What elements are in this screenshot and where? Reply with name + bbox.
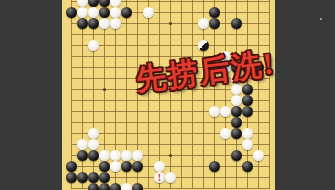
white-stone [121, 183, 132, 190]
black-stone [209, 161, 220, 172]
letterbox-left [0, 0, 62, 190]
white-stone [209, 106, 220, 117]
black-stone [88, 183, 99, 190]
black-stone [231, 128, 242, 139]
black-stone [242, 95, 253, 106]
black-stone [66, 7, 77, 18]
white-stone [242, 128, 253, 139]
white-stone [253, 150, 264, 161]
black-stone [242, 106, 253, 117]
last-move-marker: ! [154, 172, 165, 183]
white-stone [165, 172, 176, 183]
white-stone [110, 7, 121, 18]
black-stone [66, 172, 77, 183]
white-stone [88, 7, 99, 18]
black-stone [99, 183, 110, 190]
white-stone [110, 18, 121, 29]
black-stone [121, 7, 132, 18]
black-stone [88, 150, 99, 161]
black-stone [110, 183, 121, 190]
white-stone [99, 18, 110, 29]
white-stone [110, 161, 121, 172]
black-stone [231, 18, 242, 29]
go-board[interactable]: ! 先捞后洗! [62, 0, 275, 190]
black-stone [66, 161, 77, 172]
white-stone [242, 139, 253, 150]
black-stone [231, 117, 242, 128]
black-stone [231, 106, 242, 117]
black-stone [77, 18, 88, 29]
white-stone [77, 139, 88, 150]
white-stone [110, 150, 121, 161]
black-stone [242, 161, 253, 172]
black-stone [77, 150, 88, 161]
black-stone [99, 0, 110, 7]
black-stone [132, 183, 143, 190]
white-stone [143, 7, 154, 18]
white-stone [220, 128, 231, 139]
white-stone [110, 0, 121, 7]
white-stone [121, 150, 132, 161]
half-stone [198, 40, 209, 51]
white-stone [198, 18, 209, 29]
letterbox-right [275, 0, 335, 190]
white-stone [99, 150, 110, 161]
black-stone [88, 0, 99, 7]
black-stone [99, 172, 110, 183]
white-stone [231, 95, 242, 106]
white-stone [88, 139, 99, 150]
white-stone [88, 40, 99, 51]
white-stone [220, 106, 231, 117]
white-stone [77, 0, 88, 7]
white-stone: ! [154, 172, 165, 183]
white-stone [132, 150, 143, 161]
artifact-dot [320, 18, 322, 20]
black-stone [209, 18, 220, 29]
black-stone [99, 161, 110, 172]
white-stone [88, 128, 99, 139]
black-stone [88, 172, 99, 183]
black-stone [99, 7, 110, 18]
black-stone [77, 172, 88, 183]
black-stone [209, 7, 220, 18]
black-stone [231, 150, 242, 161]
black-stone [121, 161, 132, 172]
white-stone [77, 7, 88, 18]
white-stone [154, 161, 165, 172]
black-stone [88, 18, 99, 29]
black-stone [132, 161, 143, 172]
video-frame: ! 先捞后洗! [0, 0, 335, 190]
